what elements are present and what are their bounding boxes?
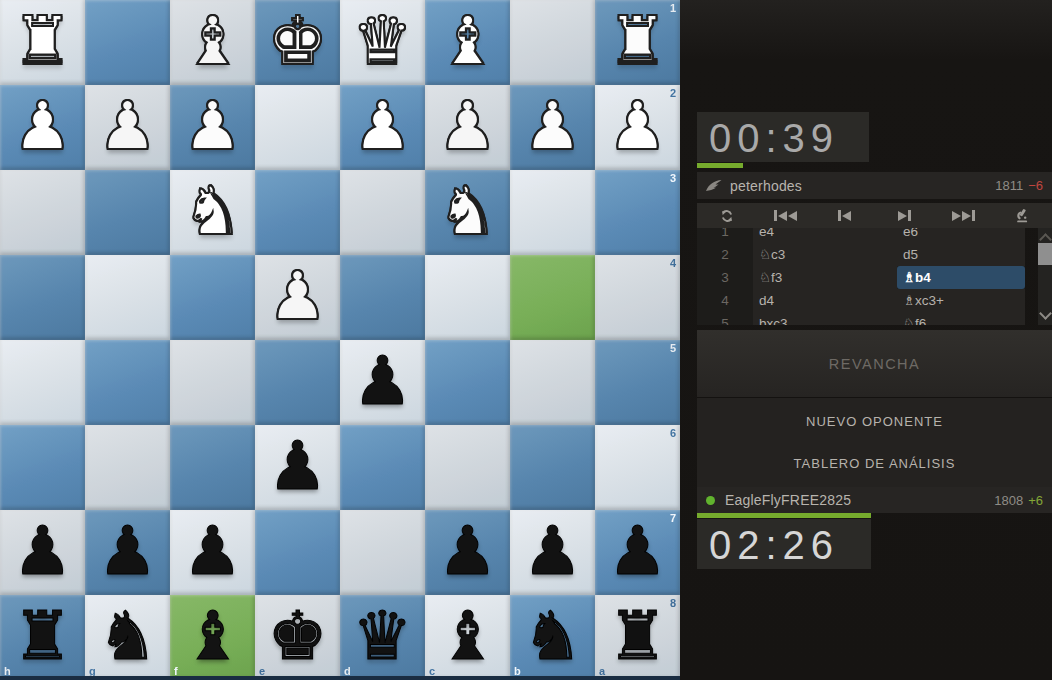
move-nav-bar bbox=[697, 203, 1052, 228]
square-a1[interactable]: ♜1 bbox=[595, 0, 680, 85]
bar bbox=[972, 210, 975, 221]
black-knight: ♞ bbox=[510, 595, 595, 680]
rematch-button[interactable]: REVANCHA bbox=[823, 355, 927, 373]
square-d6[interactable] bbox=[340, 425, 425, 510]
opponent-rating-change: −6 bbox=[1028, 178, 1043, 193]
white-knight: ♞ bbox=[170, 170, 255, 255]
move-white[interactable]: e4 bbox=[753, 228, 897, 243]
square-a6[interactable]: 6 bbox=[595, 425, 680, 510]
player-clock: 02:26 bbox=[697, 519, 871, 569]
white-pawn: ♟ bbox=[340, 85, 425, 170]
scroll-down-icon[interactable] bbox=[1039, 307, 1052, 320]
square-d4[interactable] bbox=[340, 255, 425, 340]
move-black[interactable]: d5 bbox=[897, 243, 1025, 266]
move-black[interactable]: e6 bbox=[897, 228, 1025, 243]
square-c1[interactable]: ♝ bbox=[425, 0, 510, 85]
rank-label-3: 3 bbox=[670, 173, 676, 184]
rank-label-2: 2 bbox=[670, 88, 676, 99]
square-b8[interactable]: ♞b bbox=[510, 595, 595, 680]
square-f5[interactable] bbox=[170, 340, 255, 425]
white-king: ♚ bbox=[255, 0, 340, 85]
board-bottom-edge bbox=[0, 676, 680, 680]
player-time-bar bbox=[697, 513, 871, 518]
cycle-icon[interactable] bbox=[709, 203, 745, 228]
square-b1[interactable] bbox=[510, 0, 595, 85]
white-pawn: ♟ bbox=[255, 255, 340, 340]
move-row: 4d4♗xc3+ bbox=[697, 289, 1025, 312]
black-pawn: ♟ bbox=[425, 510, 510, 595]
move-number: 5 bbox=[697, 316, 753, 325]
black-rook: ♜ bbox=[0, 595, 85, 680]
white-pawn: ♟ bbox=[425, 85, 510, 170]
white-queen: ♛ bbox=[340, 0, 425, 85]
square-b3[interactable] bbox=[510, 170, 595, 255]
rematch-section: REVANCHA bbox=[697, 330, 1052, 397]
lichess-game-screen: ♜♝♚♛♝♜1♟♟♟♟♟♟♟2♞♞3♟4♟5♟6♟♟♟♟♟♟7♜h♞g♝f♚e♛… bbox=[0, 0, 1052, 680]
move-black[interactable]: ♘f6 bbox=[897, 312, 1025, 325]
rank-label-5: 5 bbox=[670, 343, 676, 354]
square-f1[interactable]: ♝ bbox=[170, 0, 255, 85]
opponent-rating: 1811 bbox=[995, 178, 1023, 193]
previous-move-icon[interactable] bbox=[827, 203, 863, 228]
white-rook: ♜ bbox=[0, 0, 85, 85]
square-d7[interactable] bbox=[340, 510, 425, 595]
square-h5[interactable] bbox=[0, 340, 85, 425]
white-pawn: ♟ bbox=[170, 85, 255, 170]
move-number: 1 bbox=[697, 228, 753, 239]
patron-wing-icon bbox=[705, 179, 723, 192]
chess-board[interactable]: ♜♝♚♛♝♜1♟♟♟♟♟♟♟2♞♞3♟4♟5♟6♟♟♟♟♟♟7♜h♞g♝f♚e♛… bbox=[0, 0, 680, 680]
square-a3[interactable]: 3 bbox=[595, 170, 680, 255]
white-bishop: ♝ bbox=[170, 0, 255, 85]
square-b5[interactable] bbox=[510, 340, 595, 425]
rank-label-7: 7 bbox=[670, 513, 676, 524]
square-e5[interactable] bbox=[255, 340, 340, 425]
square-g7[interactable]: ♟ bbox=[85, 510, 170, 595]
square-h2[interactable]: ♟ bbox=[0, 85, 85, 170]
black-pawn: ♟ bbox=[170, 510, 255, 595]
black-pawn: ♟ bbox=[510, 510, 595, 595]
square-a2[interactable]: ♟2 bbox=[595, 85, 680, 170]
square-d8[interactable]: ♛d bbox=[340, 595, 425, 680]
square-e7[interactable] bbox=[255, 510, 340, 595]
square-b7[interactable]: ♟ bbox=[510, 510, 595, 595]
move-white[interactable]: ♘c3 bbox=[753, 243, 897, 266]
player-clock-time: 02:26 bbox=[709, 523, 839, 567]
square-g8[interactable]: ♞g bbox=[85, 595, 170, 680]
rank-label-6: 6 bbox=[670, 428, 676, 439]
square-d2[interactable]: ♟ bbox=[340, 85, 425, 170]
white-knight: ♞ bbox=[425, 170, 510, 255]
move-number: 3 bbox=[697, 270, 753, 285]
square-d3[interactable] bbox=[340, 170, 425, 255]
move-row: 2♘c3d5 bbox=[697, 243, 1025, 266]
triangle-left bbox=[788, 211, 797, 221]
square-e2[interactable] bbox=[255, 85, 340, 170]
square-g5[interactable] bbox=[85, 340, 170, 425]
square-e4[interactable]: ♟ bbox=[255, 255, 340, 340]
black-king: ♚ bbox=[255, 595, 340, 680]
online-dot-icon bbox=[706, 496, 715, 505]
square-g3[interactable] bbox=[85, 170, 170, 255]
square-a5[interactable]: 5 bbox=[595, 340, 680, 425]
square-e6[interactable]: ♟ bbox=[255, 425, 340, 510]
first-move-icon[interactable] bbox=[768, 203, 804, 228]
square-d1[interactable]: ♛ bbox=[340, 0, 425, 85]
square-g4[interactable] bbox=[85, 255, 170, 340]
square-c2[interactable]: ♟ bbox=[425, 85, 510, 170]
square-e8[interactable]: ♚e bbox=[255, 595, 340, 680]
square-c6[interactable] bbox=[425, 425, 510, 510]
square-d5[interactable]: ♟ bbox=[340, 340, 425, 425]
white-pawn: ♟ bbox=[595, 85, 680, 170]
scrollbar-thumb[interactable] bbox=[1038, 243, 1052, 265]
square-b6[interactable] bbox=[510, 425, 595, 510]
black-bishop: ♝ bbox=[425, 595, 510, 680]
analysis-microscope-icon[interactable] bbox=[1004, 203, 1040, 228]
triangle-right bbox=[952, 211, 961, 221]
square-g2[interactable]: ♟ bbox=[85, 85, 170, 170]
black-bishop: ♝ bbox=[170, 595, 255, 680]
move-row: 1e4e6 bbox=[697, 228, 1025, 243]
player-row[interactable]: EagleFlyFREE2825 1808 +6 bbox=[697, 487, 1052, 513]
player-rating-change: +6 bbox=[1028, 493, 1043, 508]
black-rook: ♜ bbox=[595, 595, 680, 680]
square-c4[interactable] bbox=[425, 255, 510, 340]
square-e1[interactable]: ♚ bbox=[255, 0, 340, 85]
last-move-icon[interactable] bbox=[945, 203, 981, 228]
square-b4[interactable] bbox=[510, 255, 595, 340]
move-list-scrollbar[interactable] bbox=[1038, 228, 1052, 325]
move-number: 2 bbox=[697, 247, 753, 262]
black-pawn: ♟ bbox=[0, 510, 85, 595]
square-c3[interactable]: ♞ bbox=[425, 170, 510, 255]
player-name[interactable]: EagleFlyFREE2825 bbox=[725, 492, 851, 508]
square-f3[interactable]: ♞ bbox=[170, 170, 255, 255]
square-a8[interactable]: ♜a8 bbox=[595, 595, 680, 680]
opponent-time-bar bbox=[697, 163, 743, 168]
opponent-clock: 00:39 bbox=[697, 112, 869, 162]
move-list[interactable]: 1e4e62♘c3d53♘f3♗b44d4♗xc3+5bxc3♘f6 bbox=[697, 228, 1025, 325]
black-pawn: ♟ bbox=[85, 510, 170, 595]
square-h4[interactable] bbox=[0, 255, 85, 340]
analysis-board-button[interactable]: TABLERO DE ANÁLISIS bbox=[697, 443, 1052, 485]
bar bbox=[908, 210, 911, 221]
opponent-player-row[interactable]: peterhodes 1811 −6 bbox=[697, 172, 1052, 199]
triangle-left bbox=[778, 211, 787, 221]
black-queen: ♛ bbox=[340, 595, 425, 680]
square-a7[interactable]: ♟7 bbox=[595, 510, 680, 595]
black-pawn: ♟ bbox=[340, 340, 425, 425]
new-opponent-button[interactable]: NUEVO OPONENTE bbox=[697, 401, 1052, 443]
rank-label-8: 8 bbox=[670, 598, 676, 609]
square-g6[interactable] bbox=[85, 425, 170, 510]
bar bbox=[838, 210, 841, 221]
square-h8[interactable]: ♜h bbox=[0, 595, 85, 680]
square-a4[interactable]: 4 bbox=[595, 255, 680, 340]
rank-label-4: 4 bbox=[670, 258, 676, 269]
square-b2[interactable]: ♟ bbox=[510, 85, 595, 170]
square-g1[interactable] bbox=[85, 0, 170, 85]
white-pawn: ♟ bbox=[85, 85, 170, 170]
black-pawn: ♟ bbox=[255, 425, 340, 510]
white-pawn: ♟ bbox=[510, 85, 595, 170]
move-white[interactable]: ♘f3 bbox=[753, 266, 897, 289]
move-row: 3♘f3♗b4 bbox=[697, 266, 1025, 289]
square-e3[interactable] bbox=[255, 170, 340, 255]
square-f4[interactable] bbox=[170, 255, 255, 340]
triangle-left bbox=[842, 211, 851, 221]
triangle-right bbox=[898, 211, 907, 221]
opponent-name[interactable]: peterhodes bbox=[730, 178, 802, 194]
opponent-clock-time: 00:39 bbox=[709, 116, 839, 160]
square-h6[interactable] bbox=[0, 425, 85, 510]
game-side-panel: 00:39 peterhodes 1811 −6 bbox=[680, 0, 1052, 680]
square-f8[interactable]: ♝f bbox=[170, 595, 255, 680]
triangle-right bbox=[962, 211, 971, 221]
square-f7[interactable]: ♟ bbox=[170, 510, 255, 595]
black-knight: ♞ bbox=[85, 595, 170, 680]
move-black[interactable]: ♗b4 bbox=[897, 266, 1025, 289]
white-bishop: ♝ bbox=[425, 0, 510, 85]
move-white[interactable]: bxc3 bbox=[753, 312, 897, 325]
black-pawn: ♟ bbox=[595, 510, 680, 595]
square-c7[interactable]: ♟ bbox=[425, 510, 510, 595]
player-rating: 1808 bbox=[994, 493, 1023, 508]
bar bbox=[774, 210, 777, 221]
move-row: 5bxc3♘f6 bbox=[697, 312, 1025, 325]
move-white[interactable]: d4 bbox=[753, 289, 897, 312]
square-h3[interactable] bbox=[0, 170, 85, 255]
next-move-icon[interactable] bbox=[886, 203, 922, 228]
white-pawn: ♟ bbox=[0, 85, 85, 170]
square-f2[interactable]: ♟ bbox=[170, 85, 255, 170]
square-h1[interactable]: ♜ bbox=[0, 0, 85, 85]
square-f6[interactable] bbox=[170, 425, 255, 510]
move-number: 4 bbox=[697, 293, 753, 308]
rank-label-1: 1 bbox=[670, 3, 676, 14]
square-h7[interactable]: ♟ bbox=[0, 510, 85, 595]
square-c5[interactable] bbox=[425, 340, 510, 425]
post-game-links: NUEVO OPONENTE TABLERO DE ANÁLISIS bbox=[697, 397, 1052, 488]
move-black[interactable]: ♗xc3+ bbox=[897, 289, 1025, 312]
square-c8[interactable]: ♝c bbox=[425, 595, 510, 680]
white-rook: ♜ bbox=[595, 0, 680, 85]
